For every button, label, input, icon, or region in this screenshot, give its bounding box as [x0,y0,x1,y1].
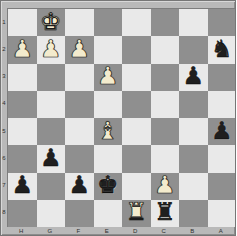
square-c4[interactable] [151,91,180,118]
file-label-a: A [207,227,236,236]
square-h1[interactable] [8,9,37,36]
square-e7[interactable]: ♚ [94,173,123,200]
piece-black-pawn[interactable]: ♟ [11,173,33,197]
square-f8[interactable] [65,200,94,227]
square-a6[interactable] [208,145,237,172]
square-h4[interactable] [8,91,37,118]
file-label-b: B [178,227,207,236]
square-d1[interactable] [122,9,151,36]
square-a4[interactable] [208,91,237,118]
piece-black-pawn[interactable]: ♟ [182,64,204,88]
square-a2[interactable]: ♞ [208,36,237,63]
piece-white-king[interactable]: ♚ [40,10,62,34]
square-f3[interactable] [65,64,94,91]
square-c8[interactable]: ♜ [151,200,180,227]
square-b5[interactable] [179,118,208,145]
rank-label-1: 1 [1,8,7,35]
square-e4[interactable] [94,91,123,118]
file-label-c: C [150,227,179,236]
rank-label-8: 8 [1,199,7,226]
square-a1[interactable] [208,9,237,36]
piece-white-bishop[interactable]: ♝ [97,119,119,143]
square-g2[interactable]: ♟ [37,36,66,63]
square-b6[interactable] [179,145,208,172]
piece-black-pawn[interactable]: ♟ [68,173,90,197]
square-a3[interactable] [208,64,237,91]
square-e8[interactable] [94,200,123,227]
square-b3[interactable]: ♟ [179,64,208,91]
piece-white-rook[interactable]: ♜ [125,200,147,224]
square-e2[interactable] [94,36,123,63]
piece-white-pawn[interactable]: ♟ [40,37,62,61]
square-e3[interactable]: ♟ [94,64,123,91]
square-e6[interactable] [94,145,123,172]
square-h2[interactable]: ♟ [8,36,37,63]
rank-label-2: 2 [1,35,7,62]
square-f7[interactable]: ♟ [65,173,94,200]
piece-black-pawn[interactable]: ♟ [211,119,233,143]
square-g7[interactable] [37,173,66,200]
square-g3[interactable] [37,64,66,91]
square-a7[interactable] [208,173,237,200]
square-a8[interactable] [208,200,237,227]
square-c2[interactable] [151,36,180,63]
square-b1[interactable] [179,9,208,36]
square-h6[interactable] [8,145,37,172]
square-f4[interactable] [65,91,94,118]
square-b4[interactable] [179,91,208,118]
piece-black-king[interactable]: ♚ [97,173,119,197]
square-g8[interactable] [37,200,66,227]
piece-white-pawn[interactable]: ♟ [154,173,176,197]
file-label-g: G [36,227,65,236]
square-g5[interactable] [37,118,66,145]
square-f6[interactable] [65,145,94,172]
piece-white-pawn[interactable]: ♟ [11,37,33,61]
square-b7[interactable] [179,173,208,200]
square-d6[interactable] [122,145,151,172]
file-label-h: H [7,227,36,236]
square-a5[interactable]: ♟ [208,118,237,145]
square-d3[interactable] [122,64,151,91]
rank-label-5: 5 [1,117,7,144]
square-b8[interactable] [179,200,208,227]
square-c3[interactable] [151,64,180,91]
square-c7[interactable]: ♟ [151,173,180,200]
file-label-d: D [121,227,150,236]
rank-label-6: 6 [1,144,7,171]
square-h7[interactable]: ♟ [8,173,37,200]
rank-label-7: 7 [1,172,7,199]
chess-board: ♚♟♟♟♞♟♟♝♟♟♟♟♚♟♜♜ [7,8,236,227]
square-b2[interactable] [179,36,208,63]
piece-white-pawn[interactable]: ♟ [68,37,90,61]
file-label-f: F [64,227,93,236]
file-label-strip: HGFEDCBA [7,227,235,236]
square-c6[interactable] [151,145,180,172]
rank-label-3: 3 [1,63,7,90]
piece-black-knight[interactable]: ♞ [211,37,233,61]
square-g1[interactable]: ♚ [37,9,66,36]
square-g6[interactable]: ♟ [37,145,66,172]
square-h5[interactable] [8,118,37,145]
chess-board-frame: ♚♟♟♟♞♟♟♝♟♟♟♟♚♟♜♜ HGFEDCBA 12345678 [0,0,236,236]
square-f1[interactable] [65,9,94,36]
piece-white-pawn[interactable]: ♟ [97,64,119,88]
square-d2[interactable] [122,36,151,63]
square-e1[interactable] [94,9,123,36]
piece-black-rook[interactable]: ♜ [154,200,176,224]
square-h3[interactable] [8,64,37,91]
square-d8[interactable]: ♜ [122,200,151,227]
square-d7[interactable] [122,173,151,200]
file-label-e: E [93,227,122,236]
piece-black-pawn[interactable]: ♟ [40,146,62,170]
square-d5[interactable] [122,118,151,145]
square-f5[interactable] [65,118,94,145]
square-c5[interactable] [151,118,180,145]
rank-label-4: 4 [1,90,7,117]
square-h8[interactable] [8,200,37,227]
square-c1[interactable] [151,9,180,36]
square-e5[interactable]: ♝ [94,118,123,145]
square-f2[interactable]: ♟ [65,36,94,63]
square-d4[interactable] [122,91,151,118]
square-g4[interactable] [37,91,66,118]
